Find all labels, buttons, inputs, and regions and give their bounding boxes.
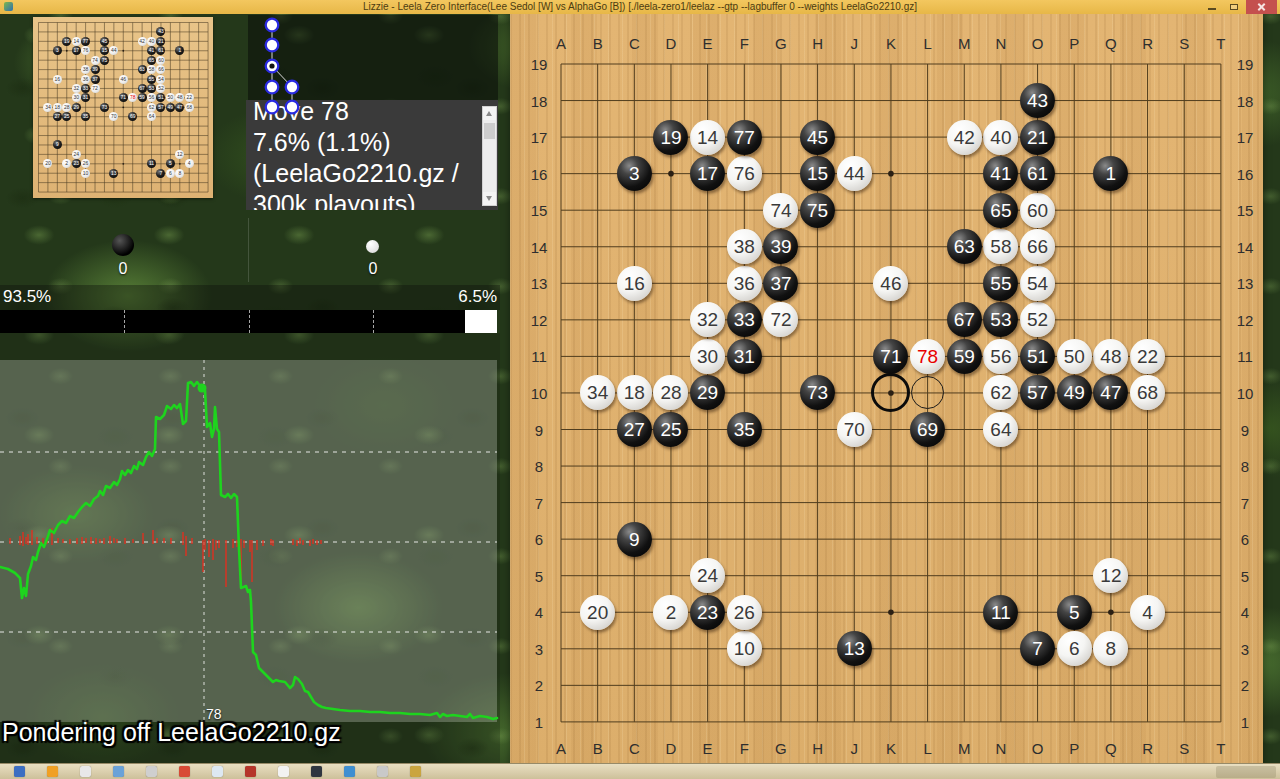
thumb-move-number: 45 [102,39,108,44]
thumb-move-number: 73 [102,105,108,110]
stone-P3[interactable]: 6 [1057,631,1092,666]
thumb-move-number: 48 [177,95,183,100]
stone-H17[interactable]: 45 [800,120,835,155]
move-number: 37 [770,274,791,293]
taskbar-app-icon[interactable] [14,766,25,777]
thumb-stone-G13: 37 [91,75,100,84]
thumb-move-number: 1 [178,48,181,53]
move-number: 67 [954,310,975,329]
thumb-stone-F13: 36 [81,75,90,84]
coord-right: 1 [1241,713,1249,730]
thumb-move-number: 39 [92,67,98,72]
thumb-move-number: 52 [158,86,164,91]
coord-top: L [923,35,931,52]
coord-left: 16 [531,165,548,182]
move-number: 77 [734,128,755,147]
taskbar-app-icon[interactable] [80,766,91,777]
thumb-move-number: 26 [83,161,89,166]
thumb-move-number: 19 [64,39,70,44]
coord-bottom: H [812,740,823,757]
stone-G15[interactable]: 74 [763,193,798,228]
move-number: 66 [1027,237,1048,256]
thumb-move-number: 9 [56,142,59,147]
stone-J16[interactable]: 44 [837,156,872,191]
stone-O13[interactable]: 54 [1020,266,1055,301]
coord-bottom: T [1216,740,1225,757]
move-number: 53 [990,310,1011,329]
coord-top: K [886,35,896,52]
thumb-stone-O13: 54 [156,75,165,84]
move-number: 39 [770,237,791,256]
stone-O16[interactable]: 61 [1020,156,1055,191]
coord-right: 3 [1241,640,1249,657]
stone-F9[interactable]: 35 [727,412,762,447]
thumb-move-number: 59 [139,95,145,100]
winrate-bar-quarter-mark [249,310,250,333]
thumb-move-number: 51 [158,95,164,100]
stone-P10[interactable]: 49 [1057,375,1092,410]
coord-bottom: A [556,740,566,757]
stone-C13[interactable]: 16 [617,266,652,301]
thumb-stone-N12: 53 [147,84,156,93]
move-number: 7 [1032,639,1043,658]
thumb-stone-Q3: 8 [175,169,184,178]
stone-F4[interactable]: 26 [727,595,762,630]
move-number: 76 [734,164,755,183]
thumb-move-number: 78 [130,95,136,100]
coord-right: 5 [1241,567,1249,584]
stone-R11[interactable]: 22 [1130,339,1165,374]
stone-F12[interactable]: 33 [727,302,762,337]
thumb-move-number: 29 [73,105,79,110]
thumb-move-number: 57 [158,105,164,110]
coord-right: 18 [1237,92,1254,109]
thumb-move-number: 35 [83,114,89,119]
black-capture-stone-icon [112,234,134,256]
thumb-stone-C9: 27 [53,112,62,121]
stone-K13[interactable]: 46 [873,266,908,301]
thumb-move-number: 34 [45,105,51,110]
scroll-down-icon[interactable] [483,192,496,205]
stone-N13[interactable]: 55 [983,266,1018,301]
thumb-move-number: 28 [64,105,70,110]
stone-O18[interactable]: 43 [1020,83,1055,118]
thumb-stone-E11: 30 [72,93,81,102]
restore-button[interactable] [1224,0,1244,14]
winrate-bar [0,310,497,333]
coord-bottom: O [1032,740,1044,757]
move-number: 74 [770,201,791,220]
thumb-move-number: 17 [73,48,79,53]
coord-right: 4 [1241,604,1249,621]
thumb-move-number: 16 [55,77,61,82]
stone-M14[interactable]: 63 [947,229,982,264]
coord-bottom: K [886,740,896,757]
coord-top: M [958,35,971,52]
thumb-move-number: 77 [83,39,89,44]
thumb-stone-H17: 45 [100,37,109,46]
thumb-move-number: 36 [83,77,89,82]
thumb-move-number: 53 [149,86,155,91]
move-number: 31 [734,347,755,366]
move-number: 29 [697,383,718,402]
thumb-move-number: 61 [158,48,164,53]
coord-bottom: M [958,740,971,757]
move-number: 57 [1027,383,1048,402]
tree-node[interactable] [266,19,279,32]
thumb-move-number: 49 [168,105,174,110]
coord-left: 14 [531,238,548,255]
scrollbar[interactable] [482,106,497,206]
thumb-move-number: 72 [92,86,98,91]
stone-N17[interactable]: 40 [983,120,1018,155]
move-number: 40 [990,128,1011,147]
taskbar-app-icon[interactable] [146,766,157,777]
thumb-move-number: 27 [55,114,61,119]
coord-left: 17 [531,129,548,146]
taskbar-app-icon[interactable] [278,766,289,777]
move-number: 2 [666,603,677,622]
move-number: 6 [1069,639,1080,658]
stone-N15[interactable]: 65 [983,193,1018,228]
coord-bottom: S [1179,740,1189,757]
tree-node[interactable] [286,81,299,94]
move-number: 32 [697,310,718,329]
stone-N4[interactable]: 11 [983,595,1018,630]
move-number: 35 [734,420,755,439]
coord-top: Q [1105,35,1117,52]
coord-top: P [1069,35,1079,52]
stone-C9[interactable]: 27 [617,412,652,447]
stone-F14[interactable]: 38 [727,229,762,264]
white-capture-count: 0 [353,260,393,278]
thumb-move-number: 42 [139,39,145,44]
move-number: 5 [1069,603,1080,622]
move-number: 23 [697,603,718,622]
taskbar-app-icon[interactable] [47,766,58,777]
thumb-move-number: 6 [169,171,172,176]
winrate-bar-quarter-mark [373,310,374,333]
stone-C16[interactable]: 3 [617,156,652,191]
coord-bottom: P [1069,740,1079,757]
thumb-move-number: 25 [64,114,70,119]
thumb-move-number: 71 [120,95,126,100]
move-number: 38 [734,237,755,256]
taskbar-app-icon[interactable] [212,766,223,777]
move-number: 36 [734,274,755,293]
coord-bottom: C [629,740,640,757]
move-number: 26 [734,603,755,622]
stone-F3[interactable]: 10 [727,631,762,666]
coord-top: A [556,35,566,52]
coord-left: 3 [535,640,543,657]
coord-right: 6 [1241,531,1249,548]
thumb-move-number: 68 [186,105,192,110]
coord-bottom: L [923,740,931,757]
coord-right: 16 [1237,165,1254,182]
tree-node[interactable] [286,101,299,114]
coord-right: 10 [1237,384,1254,401]
coord-top: T [1216,35,1225,52]
stone-L11[interactable]: 78 [910,339,945,374]
thumb-move-number: 66 [158,67,164,72]
stone-O17[interactable]: 21 [1020,120,1055,155]
left-panel: 1234567891011121314151617181920212223242… [0,0,500,779]
thumb-stone-H15: 75 [100,56,109,65]
coord-top: G [775,35,787,52]
move-number: 4 [1142,603,1153,622]
thumb-move-number: 30 [73,95,79,100]
thumb-stone-R10: 68 [185,103,194,112]
thumb-move-number: 15 [102,48,108,53]
thumb-stone-F12: 33 [81,84,90,93]
thumb-move-number: 50 [168,95,174,100]
coord-right: 11 [1237,348,1253,365]
move-number: 48 [1100,347,1121,366]
stone-F13[interactable]: 36 [727,266,762,301]
coord-left: 6 [535,531,543,548]
coord-top: C [629,35,640,52]
move-number: 1 [1106,164,1117,183]
stone-P4[interactable]: 5 [1057,595,1092,630]
status-text: Pondering off LeelaGo2210.gz [2,718,341,747]
minimize-button[interactable] [1202,0,1222,14]
thumb-stone-F3: 10 [81,169,90,178]
coord-top: N [995,35,1006,52]
move-number: 56 [990,347,1011,366]
coord-top: F [740,35,749,52]
move-number: 58 [990,237,1011,256]
stone-B4[interactable]: 20 [580,595,615,630]
move-number: 3 [629,164,640,183]
thumb-move-number: 23 [73,161,79,166]
stone-D17[interactable]: 19 [653,120,688,155]
coord-top: J [851,35,859,52]
coord-left: 7 [535,494,543,511]
coord-bottom: G [775,740,787,757]
thumb-stone-M14: 63 [138,65,147,74]
thumb-stone-N15: 65 [147,56,156,65]
tree-node[interactable] [266,81,279,94]
taskbar-app-icon[interactable] [179,766,190,777]
move-number: 24 [697,566,718,585]
taskbar-app-icon[interactable] [344,766,355,777]
coord-right: 8 [1241,458,1249,475]
stone-H15[interactable]: 75 [800,193,835,228]
move-number: 11 [991,603,1011,622]
move-number: 46 [880,274,901,293]
thumb-move-number: 47 [177,105,183,110]
thumb-stone-M12: 67 [138,84,147,93]
move-number: 51 [1027,347,1048,366]
thumb-stone-N13: 55 [147,75,156,84]
move-number: 50 [1064,347,1085,366]
move-number: 63 [954,237,975,256]
thumb-move-number: 55 [149,77,155,82]
thumb-stone-G12: 72 [91,84,100,93]
thumb-stone-E17: 14 [72,37,81,46]
close-button[interactable] [1246,0,1277,14]
thumbnail-board: 1234567891011121314151617181920212223242… [33,17,213,198]
move-number: 75 [807,201,828,220]
white-winrate-segment [465,310,497,333]
coord-top: D [666,35,677,52]
coord-left: 5 [535,567,543,584]
thumb-move-number: 32 [73,86,79,91]
thumb-stone-E12: 32 [72,84,81,93]
coord-right: 7 [1241,494,1249,511]
move-number: 47 [1100,383,1121,402]
variation-tree[interactable] [240,14,500,119]
thumb-move-number: 33 [83,86,89,91]
coord-left: 11 [531,348,547,365]
move-number: 17 [697,164,718,183]
move-number: 54 [1027,274,1048,293]
coord-bottom: J [851,740,859,757]
playouts-info-line: 300k playouts) [253,189,480,210]
move-number: 34 [587,383,608,402]
thumb-move-number: 12 [177,152,183,157]
coord-left: 18 [531,92,548,109]
taskbar-app-icon[interactable] [311,766,322,777]
coord-top: O [1032,35,1044,52]
taskbar-app-icon[interactable] [377,766,388,777]
thumb-move-number: 11 [149,161,154,166]
thumb-move-number: 10 [83,171,89,176]
taskbar-app-icon[interactable] [410,766,421,777]
move-number: 20 [587,603,608,622]
thumb-move-number: 69 [130,114,136,119]
coord-top: B [593,35,603,52]
winrate-graph[interactable] [0,340,500,732]
thumb-move-number: 8 [178,171,181,176]
stone-F11[interactable]: 31 [727,339,762,374]
thumb-stone-E16: 17 [72,46,81,55]
lizzie-window: AABBCCDDEEFFGGHHJJKKLLMMNNOOPPQQRRSSTT19… [0,0,1280,779]
tree-node[interactable] [266,39,279,52]
taskbar-app-icon[interactable] [113,766,124,777]
thumb-stone-N17: 40 [147,37,156,46]
stone-E11[interactable]: 30 [690,339,725,374]
taskbar[interactable] [0,763,1280,779]
thumb-move-number: 4 [188,161,191,166]
thumb-stone-H10: 73 [100,103,109,112]
coord-right: 2 [1241,677,1249,694]
thumb-stone-E10: 29 [72,103,81,112]
thumb-move-number: 37 [92,77,98,82]
stone-M12[interactable]: 67 [947,302,982,337]
scroll-thumb[interactable] [484,123,495,139]
move-number: 16 [624,274,645,293]
move-number: 13 [844,639,865,658]
stone-E17[interactable]: 14 [690,120,725,155]
stone-O11[interactable]: 51 [1020,339,1055,374]
stone-D4[interactable]: 2 [653,595,688,630]
thumb-move-number: 31 [83,95,89,100]
coord-right: 17 [1237,129,1254,146]
coord-left: 19 [531,56,548,73]
move-number: 52 [1027,310,1048,329]
taskbar-app-icon[interactable] [245,766,256,777]
move-number: 30 [697,347,718,366]
coord-left: 8 [535,458,543,475]
thumb-move-number: 76 [83,48,89,53]
thumb-move-number: 13 [111,171,117,176]
stone-P11[interactable]: 50 [1057,339,1092,374]
thumb-stone-F17: 77 [81,37,90,46]
stone-M17[interactable]: 42 [947,120,982,155]
stone-F16[interactable]: 76 [727,156,762,191]
thumb-stone-D10: 28 [62,103,71,112]
coord-bottom: N [995,740,1006,757]
thumb-stone-G15: 74 [91,56,100,65]
stone-E4[interactable]: 23 [690,595,725,630]
move-number: 55 [990,274,1011,293]
go-board[interactable]: AABBCCDDEEFFGGHHJJKKLLMMNNOOPPQQRRSSTT19… [510,14,1263,770]
window-title: Lizzie - Leela Zero Interface(Lee Sedol … [0,0,1280,14]
move-number: 72 [770,310,791,329]
move-number: 10 [734,639,755,658]
black-winrate-label: 93.5% [3,287,51,307]
stone-O15[interactable]: 60 [1020,193,1055,228]
thumb-stone-M11: 59 [138,93,147,102]
stone-J3[interactable]: 13 [837,631,872,666]
move-number: 71 [880,347,901,366]
coord-left: 13 [531,275,548,292]
move-number: 42 [954,128,975,147]
coord-bottom: F [740,740,749,757]
thumb-move-number: 64 [149,114,155,119]
thumb-move-number: 14 [73,39,79,44]
thumb-move-number: 70 [111,114,117,119]
thumb-move-number: 7 [160,171,163,176]
thumb-stone-M17: 42 [138,37,147,46]
winrate-label-strip [0,285,500,310]
coord-right: 14 [1237,238,1254,255]
move-number: 33 [734,310,755,329]
move-number: 14 [697,128,718,147]
thumb-move-number: 41 [149,48,155,53]
move-number: 69 [917,420,938,439]
thumb-move-number: 24 [73,152,79,157]
stone-M11[interactable]: 59 [947,339,982,374]
thumb-stone-N10: 62 [147,103,156,112]
engine-info-line: (LeelaGo2210.gz / [253,158,480,189]
stone-C6[interactable]: 9 [617,522,652,557]
thumb-move-number: 22 [186,95,192,100]
stone-L9[interactable]: 69 [910,412,945,447]
system-tray[interactable] [1216,766,1276,778]
coord-top: E [703,35,713,52]
thumb-stone-C13: 16 [53,75,62,84]
move-number: 18 [624,383,645,402]
thumb-stone-E5: 24 [72,150,81,159]
coord-top: S [1179,35,1189,52]
white-winrate-label: 6.5% [458,287,497,307]
stone-F17[interactable]: 77 [727,120,762,155]
move-number: 45 [807,128,828,147]
move-number: 28 [660,383,681,402]
coord-top: H [812,35,823,52]
move-number: 49 [1064,383,1085,402]
tree-node[interactable] [266,101,279,114]
coord-top: R [1142,35,1153,52]
coord-left: 9 [535,421,543,438]
thumb-move-number: 44 [111,48,117,53]
stone-R4[interactable]: 4 [1130,595,1165,630]
stone-J9[interactable]: 70 [837,412,872,447]
thumb-move-number: 38 [83,67,89,72]
